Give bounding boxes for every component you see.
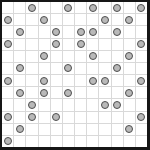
cell-r11c10[interactable] [124,136,135,147]
cell-r3c9[interactable] [112,39,123,50]
cell-r5c3[interactable] [39,63,50,74]
cell-r10c1[interactable] [14,124,25,135]
cell-r1c0[interactable] [2,14,13,25]
cell-r11c2[interactable] [26,136,37,147]
stone-icon [77,28,85,36]
cell-r1c9[interactable] [112,14,123,25]
cell-r8c7[interactable] [87,99,98,110]
stone-icon [4,16,12,24]
stone-icon [64,89,72,97]
cell-r4c5[interactable] [63,51,74,62]
stone-icon [137,77,145,85]
stone-icon [4,40,12,48]
cell-r3c11[interactable] [136,39,147,50]
stone-icon [52,40,60,48]
cell-r7c6[interactable] [75,87,86,98]
stone-icon [28,113,36,121]
cell-r8c0[interactable] [2,99,13,110]
stone-icon [137,113,145,121]
cell-r11c7[interactable] [87,136,98,147]
cell-r2c5[interactable] [63,26,74,37]
cell-r8c1[interactable] [14,99,25,110]
stone-icon [113,101,121,109]
cell-r7c9[interactable] [112,87,123,98]
cell-r4c11[interactable] [136,51,147,62]
cell-r9c4[interactable] [51,112,62,123]
cell-r5c5[interactable] [63,63,74,74]
cell-r2c3[interactable] [39,26,50,37]
cell-r7c8[interactable] [99,87,110,98]
cell-r4c9[interactable] [112,51,123,62]
stone-icon [137,40,145,48]
cell-r10c2[interactable] [26,124,37,135]
cell-r9c6[interactable] [75,112,86,123]
cell-r5c9[interactable] [112,63,123,74]
cell-r9c2[interactable] [26,112,37,123]
cell-r5c7[interactable] [87,63,98,74]
cell-r6c0[interactable] [2,75,13,86]
cell-r0c6[interactable] [75,2,86,13]
stone-icon [113,64,121,72]
stone-icon [40,89,48,97]
cell-r1c6[interactable] [75,14,86,25]
cell-r8c9[interactable] [112,99,123,110]
cell-r8c3[interactable] [39,99,50,110]
cell-r7c11[interactable] [136,87,147,98]
cell-r10c11[interactable] [136,124,147,135]
stone-icon [28,4,36,12]
cell-r9c10[interactable] [124,112,135,123]
cell-r7c4[interactable] [51,87,62,98]
cell-r3c6[interactable] [75,39,86,50]
cell-r6c9[interactable] [112,75,123,86]
cell-r2c10[interactable] [124,26,135,37]
cell-r10c4[interactable] [51,124,62,135]
cell-r0c4[interactable] [51,2,62,13]
stone-icon [16,64,24,72]
cell-r7c7[interactable] [87,87,98,98]
cell-r10c10[interactable] [124,124,135,135]
stone-icon [125,125,133,133]
cell-r9c3[interactable] [39,112,50,123]
stone-icon [101,101,109,109]
cell-r4c0[interactable] [2,51,13,62]
cell-r11c3[interactable] [39,136,50,147]
cell-r9c0[interactable] [2,112,13,123]
stone-icon [77,40,85,48]
stone-icon [101,77,109,85]
cell-r2c4[interactable] [51,26,62,37]
cell-r8c4[interactable] [51,99,62,110]
cell-r11c1[interactable] [14,136,25,147]
cell-r6c4[interactable] [51,75,62,86]
cell-r0c3[interactable] [39,2,50,13]
cell-r9c11[interactable] [136,112,147,123]
stone-icon [101,16,109,24]
cell-r5c10[interactable] [124,63,135,74]
cell-r10c0[interactable] [2,124,13,135]
cell-r6c11[interactable] [136,75,147,86]
cell-r3c10[interactable] [124,39,135,50]
cell-r0c5[interactable] [63,2,74,13]
cell-r4c4[interactable] [51,51,62,62]
cell-r4c10[interactable] [124,51,135,62]
cell-r6c5[interactable] [63,75,74,86]
cell-r0c2[interactable] [26,2,37,13]
stone-icon [16,125,24,133]
cell-r1c7[interactable] [87,14,98,25]
cell-r11c4[interactable] [51,136,62,147]
cell-r2c1[interactable] [14,26,25,37]
cell-r2c2[interactable] [26,26,37,37]
cell-r1c4[interactable] [51,14,62,25]
cell-r3c4[interactable] [51,39,62,50]
cell-r2c0[interactable] [2,26,13,37]
cell-r10c9[interactable] [112,124,123,135]
cell-r10c8[interactable] [99,124,110,135]
stone-icon [89,52,97,60]
cell-r6c3[interactable] [39,75,50,86]
stone-icon [89,77,97,85]
stone-icon [40,16,48,24]
cell-r1c1[interactable] [14,14,25,25]
stone-icon [64,64,72,72]
cell-r0c1[interactable] [14,2,25,13]
cell-r2c7[interactable] [87,26,98,37]
cell-r3c2[interactable] [26,39,37,50]
cell-r7c3[interactable] [39,87,50,98]
cell-r3c5[interactable] [63,39,74,50]
stone-icon [28,101,36,109]
cell-r5c8[interactable] [99,63,110,74]
stone-icon [137,4,145,12]
cell-r1c11[interactable] [136,14,147,25]
cell-r3c7[interactable] [87,39,98,50]
cell-r0c0[interactable] [2,2,13,13]
cell-r10c6[interactable] [75,124,86,135]
cell-r8c2[interactable] [26,99,37,110]
cell-r5c1[interactable] [14,63,25,74]
stone-icon [16,89,24,97]
stone-icon [52,113,60,121]
cell-r11c0[interactable] [2,136,13,147]
cell-r6c6[interactable] [75,75,86,86]
puzzle-board [0,0,150,150]
stone-icon [125,16,133,24]
cell-r5c0[interactable] [2,63,13,74]
cell-r11c6[interactable] [75,136,86,147]
cell-r9c9[interactable] [112,112,123,123]
cell-r8c11[interactable] [136,99,147,110]
cell-r10c5[interactable] [63,124,74,135]
cell-r7c0[interactable] [2,87,13,98]
cell-r1c3[interactable] [39,14,50,25]
cell-r1c5[interactable] [63,14,74,25]
cell-r2c6[interactable] [75,26,86,37]
stone-icon [40,77,48,85]
stone-icon [4,113,12,121]
stone-icon [125,89,133,97]
stone-icon [113,28,121,36]
cell-r6c8[interactable] [99,75,110,86]
cell-r6c7[interactable] [87,75,98,86]
cell-r2c11[interactable] [136,26,147,37]
cell-r3c8[interactable] [99,39,110,50]
cell-r5c6[interactable] [75,63,86,74]
cell-r4c2[interactable] [26,51,37,62]
cell-r5c2[interactable] [26,63,37,74]
cell-r1c8[interactable] [99,14,110,25]
cell-r0c8[interactable] [99,2,110,13]
cell-r10c7[interactable] [87,124,98,135]
stone-icon [4,77,12,85]
stone-icon [89,28,97,36]
cell-r0c11[interactable] [136,2,147,13]
cell-r3c0[interactable] [2,39,13,50]
cell-r6c10[interactable] [124,75,135,86]
stone-icon [4,137,12,145]
cell-r8c5[interactable] [63,99,74,110]
stone-icon [64,4,72,12]
cell-r0c7[interactable] [87,2,98,13]
cell-r9c1[interactable] [14,112,25,123]
cell-r3c3[interactable] [39,39,50,50]
cell-r3c1[interactable] [14,39,25,50]
cell-r7c10[interactable] [124,87,135,98]
cell-r1c2[interactable] [26,14,37,25]
cell-r11c11[interactable] [136,136,147,147]
stone-icon [52,28,60,36]
stone-icon [113,4,121,12]
stone-icon [125,52,133,60]
cell-r10c3[interactable] [39,124,50,135]
cell-r7c2[interactable] [26,87,37,98]
cell-r8c8[interactable] [99,99,110,110]
cell-r4c6[interactable] [75,51,86,62]
cell-r0c10[interactable] [124,2,135,13]
cell-r11c5[interactable] [63,136,74,147]
stone-icon [16,28,24,36]
cell-r11c9[interactable] [112,136,123,147]
cell-r11c8[interactable] [99,136,110,147]
cell-r8c10[interactable] [124,99,135,110]
cell-r2c9[interactable] [112,26,123,37]
cell-r1c10[interactable] [124,14,135,25]
cell-r4c3[interactable] [39,51,50,62]
cell-r2c8[interactable] [99,26,110,37]
cell-r9c8[interactable] [99,112,110,123]
cell-r4c8[interactable] [99,51,110,62]
cell-r4c1[interactable] [14,51,25,62]
cell-r9c7[interactable] [87,112,98,123]
cell-r7c5[interactable] [63,87,74,98]
stone-icon [40,52,48,60]
cell-r5c4[interactable] [51,63,62,74]
cell-r7c1[interactable] [14,87,25,98]
stone-icon [89,4,97,12]
cell-r6c2[interactable] [26,75,37,86]
cell-r4c7[interactable] [87,51,98,62]
cell-r0c9[interactable] [112,2,123,13]
cell-r8c6[interactable] [75,99,86,110]
cell-r5c11[interactable] [136,63,147,74]
cell-r9c5[interactable] [63,112,74,123]
cell-r6c1[interactable] [14,75,25,86]
